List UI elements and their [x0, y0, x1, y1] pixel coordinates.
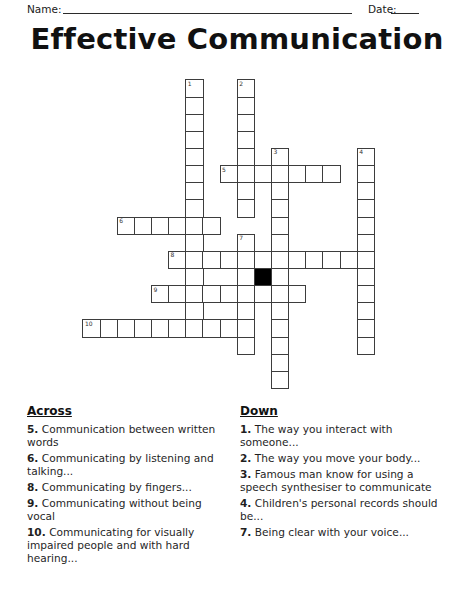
grid-cell[interactable] — [322, 251, 340, 269]
grid-cell[interactable] — [357, 302, 375, 320]
name-blank-line[interactable] — [63, 1, 352, 14]
grid-cell[interactable] — [185, 148, 203, 166]
grid-cell[interactable] — [185, 97, 203, 115]
cell-number: 4 — [359, 149, 363, 155]
grid-cell[interactable]: 9 — [151, 285, 169, 303]
across-clue: 6. Communicating by listening and talkin… — [27, 452, 219, 478]
grid-cell[interactable] — [185, 302, 203, 320]
grid-cell[interactable] — [254, 251, 272, 269]
grid-cell[interactable] — [357, 234, 375, 252]
grid-cell[interactable] — [288, 251, 306, 269]
clue-number: 9. — [27, 497, 38, 509]
grid-cell[interactable] — [185, 268, 203, 286]
grid-cell[interactable] — [357, 285, 375, 303]
grid-cell[interactable]: 4 — [357, 148, 375, 166]
grid-cell[interactable] — [134, 319, 152, 337]
grid-cell[interactable] — [357, 165, 375, 183]
grid-cell[interactable] — [185, 217, 203, 235]
clue-number: 1. — [240, 423, 251, 435]
grid-cell[interactable] — [202, 285, 220, 303]
grid-cell[interactable] — [237, 268, 255, 286]
cell-number: 3 — [273, 149, 277, 155]
grid-cell[interactable] — [117, 319, 135, 337]
across-clue: 5. Communication between written words — [27, 423, 219, 449]
grid-cell[interactable] — [185, 182, 203, 200]
grid-cell[interactable] — [271, 217, 289, 235]
cell-number: 10 — [85, 321, 93, 327]
grid-cell[interactable] — [185, 234, 203, 252]
grid-cell[interactable] — [271, 337, 289, 355]
grid-cell[interactable] — [271, 251, 289, 269]
grid-cell[interactable] — [237, 148, 255, 166]
grid-cell[interactable] — [237, 337, 255, 355]
grid-cell[interactable] — [237, 319, 255, 337]
across-clue-list: 5. Communication between written words6.… — [27, 423, 219, 565]
grid-cell[interactable] — [340, 251, 358, 269]
date-blank-line[interactable] — [391, 1, 419, 14]
black-cell — [254, 268, 272, 286]
grid-cell[interactable] — [254, 285, 272, 303]
grid-cell[interactable]: 6 — [117, 217, 135, 235]
grid-cell[interactable] — [357, 182, 375, 200]
across-clue: 10. Communicating for visually impaired … — [27, 526, 219, 565]
across-header: Across — [27, 404, 219, 418]
grid-cell[interactable] — [237, 165, 255, 183]
grid-cell[interactable] — [151, 319, 169, 337]
grid-cell[interactable] — [271, 302, 289, 320]
cell-number: 6 — [119, 218, 123, 224]
grid-cell[interactable] — [202, 319, 220, 337]
grid-cell[interactable] — [185, 114, 203, 132]
grid-cell[interactable] — [271, 182, 289, 200]
grid-cell[interactable]: 10 — [82, 319, 100, 337]
grid-cell[interactable] — [271, 371, 289, 389]
grid-cell[interactable] — [220, 319, 238, 337]
grid-cell[interactable] — [185, 165, 203, 183]
grid-cell[interactable]: 8 — [168, 251, 186, 269]
grid-cell[interactable] — [168, 217, 186, 235]
grid-cell[interactable] — [322, 165, 340, 183]
grid-cell[interactable] — [185, 285, 203, 303]
grid-cell[interactable] — [271, 319, 289, 337]
cell-number: 9 — [153, 287, 157, 293]
across-clue: 8. Communicating by fingers... — [27, 481, 219, 494]
grid-cell[interactable] — [220, 251, 238, 269]
grid-cell[interactable] — [100, 319, 118, 337]
grid-cell[interactable] — [185, 251, 203, 269]
down-clue: 7. Being clear with your voice... — [240, 526, 453, 539]
grid-cell[interactable] — [254, 165, 272, 183]
grid-cell[interactable] — [237, 131, 255, 149]
down-clue: 1. The way you interact with someone... — [240, 423, 453, 449]
cell-number: 7 — [239, 235, 243, 241]
down-clue-list: 1. The way you interact with someone...2… — [240, 423, 453, 539]
grid-cell[interactable] — [168, 285, 186, 303]
grid-cell[interactable] — [237, 182, 255, 200]
grid-cell[interactable] — [271, 268, 289, 286]
down-clues-section: Down 1. The way you interact with someon… — [240, 404, 453, 542]
grid-cell[interactable] — [134, 217, 152, 235]
grid-cell[interactable] — [271, 199, 289, 217]
grid-cell[interactable] — [271, 285, 289, 303]
grid-cell[interactable] — [185, 199, 203, 217]
grid-cell[interactable]: 5 — [220, 165, 238, 183]
cell-number: 1 — [188, 81, 192, 87]
grid-cell[interactable] — [271, 354, 289, 372]
grid-cell[interactable]: 1 — [185, 79, 203, 97]
grid-cell[interactable]: 2 — [237, 79, 255, 97]
page-title: Effective Communication — [0, 22, 474, 56]
clue-number: 7. — [240, 526, 251, 538]
clue-number: 4. — [240, 497, 251, 509]
grid-cell[interactable] — [185, 131, 203, 149]
grid-cell[interactable] — [357, 199, 375, 217]
grid-cell[interactable] — [288, 285, 306, 303]
grid-cell[interactable] — [237, 199, 255, 217]
across-clue: 9. Communicating without being vocal — [27, 497, 219, 523]
grid-cell[interactable] — [202, 251, 220, 269]
cell-number: 8 — [171, 252, 175, 258]
grid-cell[interactable] — [185, 319, 203, 337]
grid-cell[interactable]: 3 — [271, 148, 289, 166]
across-clues-section: Across 5. Communication between written … — [27, 404, 219, 568]
grid-cell[interactable] — [237, 251, 255, 269]
grid-cell[interactable] — [357, 217, 375, 235]
cell-number: 2 — [239, 81, 243, 87]
grid-cell[interactable] — [357, 337, 375, 355]
grid-cell[interactable] — [305, 165, 323, 183]
down-clue: 3. Famous man know for using a speech sy… — [240, 468, 453, 494]
clue-number: 10. — [27, 526, 46, 538]
grid-cell[interactable] — [271, 165, 289, 183]
down-clue: 4. Children's personal records should be… — [240, 497, 453, 523]
grid-cell[interactable] — [237, 302, 255, 320]
clue-number: 6. — [27, 452, 38, 464]
grid-cell[interactable] — [237, 114, 255, 132]
down-header: Down — [240, 404, 453, 418]
clue-number: 8. — [27, 481, 38, 493]
grid-cell[interactable] — [271, 234, 289, 252]
grid-cell[interactable]: 7 — [237, 234, 255, 252]
grid-cell[interactable] — [357, 319, 375, 337]
grid-cell[interactable] — [220, 285, 238, 303]
grid-cell[interactable] — [168, 319, 186, 337]
grid-cell[interactable] — [357, 268, 375, 286]
grid-cell[interactable] — [151, 217, 169, 235]
down-clue: 2. The way you move your body... — [240, 452, 453, 465]
clue-number: 5. — [27, 423, 38, 435]
cell-number: 5 — [222, 167, 226, 173]
grid-cell[interactable] — [305, 251, 323, 269]
clue-number: 2. — [240, 452, 251, 464]
grid-cell[interactable] — [237, 97, 255, 115]
grid-cell[interactable] — [202, 217, 220, 235]
clue-number: 3. — [240, 468, 251, 480]
grid-cell[interactable] — [288, 165, 306, 183]
name-label: Name: — [27, 3, 62, 15]
grid-cell[interactable] — [237, 285, 255, 303]
crossword-grid: 12345678910 — [83, 80, 374, 389]
grid-cell[interactable] — [357, 251, 375, 269]
